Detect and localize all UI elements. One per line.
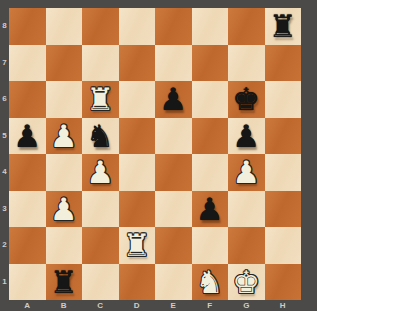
square-d6[interactable] xyxy=(119,81,156,118)
square-a4[interactable] xyxy=(9,154,46,191)
file-label: B xyxy=(46,300,83,311)
square-f2[interactable] xyxy=(192,227,229,264)
rank-label: 2 xyxy=(0,227,9,264)
square-b7[interactable] xyxy=(46,45,83,82)
square-g8[interactable] xyxy=(228,8,265,45)
square-b3[interactable]: ♟ xyxy=(46,191,83,228)
square-b4[interactable] xyxy=(46,154,83,191)
square-e4[interactable] xyxy=(155,154,192,191)
square-g1[interactable]: ♚ xyxy=(228,264,265,301)
rank-labels: 87654321 xyxy=(0,8,9,300)
piece-white-pawn[interactable]: ♟ xyxy=(50,118,78,155)
rank-label: 1 xyxy=(0,264,9,301)
square-e8[interactable] xyxy=(155,8,192,45)
square-d5[interactable] xyxy=(119,118,156,155)
square-a3[interactable] xyxy=(9,191,46,228)
piece-black-rook[interactable]: ♜ xyxy=(269,8,297,45)
rank-label: 5 xyxy=(0,118,9,155)
square-e1[interactable] xyxy=(155,264,192,301)
square-h7[interactable] xyxy=(265,45,302,82)
square-g3[interactable] xyxy=(228,191,265,228)
piece-black-pawn[interactable]: ♟ xyxy=(159,81,187,118)
file-label: F xyxy=(192,300,229,311)
square-h2[interactable] xyxy=(265,227,302,264)
file-label: H xyxy=(265,300,302,311)
square-a6[interactable] xyxy=(9,81,46,118)
square-b8[interactable] xyxy=(46,8,83,45)
piece-black-pawn[interactable]: ♟ xyxy=(13,118,41,155)
square-a8[interactable] xyxy=(9,8,46,45)
square-a7[interactable] xyxy=(9,45,46,82)
square-g6[interactable]: ♚ xyxy=(228,81,265,118)
square-d7[interactable] xyxy=(119,45,156,82)
file-label: A xyxy=(9,300,46,311)
square-g7[interactable] xyxy=(228,45,265,82)
piece-white-pawn[interactable]: ♟ xyxy=(50,191,78,228)
square-g4[interactable]: ♟ xyxy=(228,154,265,191)
square-e7[interactable] xyxy=(155,45,192,82)
square-c5[interactable]: ♞ xyxy=(82,118,119,155)
rank-label: 4 xyxy=(0,154,9,191)
rank-label: 6 xyxy=(0,81,9,118)
piece-white-rook[interactable]: ♜ xyxy=(86,81,114,118)
file-label: D xyxy=(119,300,156,311)
square-b1[interactable]: ♜ xyxy=(46,264,83,301)
square-e2[interactable] xyxy=(155,227,192,264)
piece-black-pawn[interactable]: ♟ xyxy=(196,191,224,228)
chess-board: ♜♜♟♚♟♟♞♟♟♟♟♟♜♜♞♚ xyxy=(9,8,301,300)
square-e5[interactable] xyxy=(155,118,192,155)
square-f1[interactable]: ♞ xyxy=(192,264,229,301)
piece-black-rook[interactable]: ♜ xyxy=(50,264,78,301)
piece-white-rook[interactable]: ♜ xyxy=(123,227,151,264)
rank-label: 8 xyxy=(0,8,9,45)
square-g2[interactable] xyxy=(228,227,265,264)
file-labels: ABCDEFGH xyxy=(9,300,301,311)
square-a5[interactable]: ♟ xyxy=(9,118,46,155)
square-f4[interactable] xyxy=(192,154,229,191)
rank-label: 3 xyxy=(0,191,9,228)
file-label: G xyxy=(228,300,265,311)
square-c2[interactable] xyxy=(82,227,119,264)
square-d8[interactable] xyxy=(119,8,156,45)
square-c3[interactable] xyxy=(82,191,119,228)
piece-white-knight[interactable]: ♞ xyxy=(196,264,224,301)
square-b5[interactable]: ♟ xyxy=(46,118,83,155)
square-a1[interactable] xyxy=(9,264,46,301)
square-h3[interactable] xyxy=(265,191,302,228)
square-c8[interactable] xyxy=(82,8,119,45)
square-f5[interactable] xyxy=(192,118,229,155)
piece-white-king[interactable]: ♚ xyxy=(232,264,260,301)
rank-label: 7 xyxy=(0,45,9,82)
square-e6[interactable]: ♟ xyxy=(155,81,192,118)
square-f7[interactable] xyxy=(192,45,229,82)
square-c1[interactable] xyxy=(82,264,119,301)
square-d1[interactable] xyxy=(119,264,156,301)
square-e3[interactable] xyxy=(155,191,192,228)
page: { "game": "chess", "position": { "fen": … xyxy=(0,0,414,311)
square-h5[interactable] xyxy=(265,118,302,155)
piece-black-knight[interactable]: ♞ xyxy=(86,118,114,155)
piece-white-pawn[interactable]: ♟ xyxy=(232,154,260,191)
square-c7[interactable] xyxy=(82,45,119,82)
square-c6[interactable]: ♜ xyxy=(82,81,119,118)
square-d4[interactable] xyxy=(119,154,156,191)
square-h6[interactable] xyxy=(265,81,302,118)
piece-black-king[interactable]: ♚ xyxy=(232,81,260,118)
square-c4[interactable]: ♟ xyxy=(82,154,119,191)
chess-board-frame: 87654321 ABCDEFGH ♜♜♟♚♟♟♞♟♟♟♟♟♜♜♞♚ xyxy=(0,0,317,311)
square-f6[interactable] xyxy=(192,81,229,118)
square-a2[interactable] xyxy=(9,227,46,264)
piece-white-pawn[interactable]: ♟ xyxy=(86,154,114,191)
square-b6[interactable] xyxy=(46,81,83,118)
file-label: C xyxy=(82,300,119,311)
square-h8[interactable]: ♜ xyxy=(265,8,302,45)
square-b2[interactable] xyxy=(46,227,83,264)
square-f8[interactable] xyxy=(192,8,229,45)
square-f3[interactable]: ♟ xyxy=(192,191,229,228)
piece-black-pawn[interactable]: ♟ xyxy=(232,118,260,155)
square-d2[interactable]: ♜ xyxy=(119,227,156,264)
square-h1[interactable] xyxy=(265,264,302,301)
square-g5[interactable]: ♟ xyxy=(228,118,265,155)
file-label: E xyxy=(155,300,192,311)
square-h4[interactable] xyxy=(265,154,302,191)
square-d3[interactable] xyxy=(119,191,156,228)
